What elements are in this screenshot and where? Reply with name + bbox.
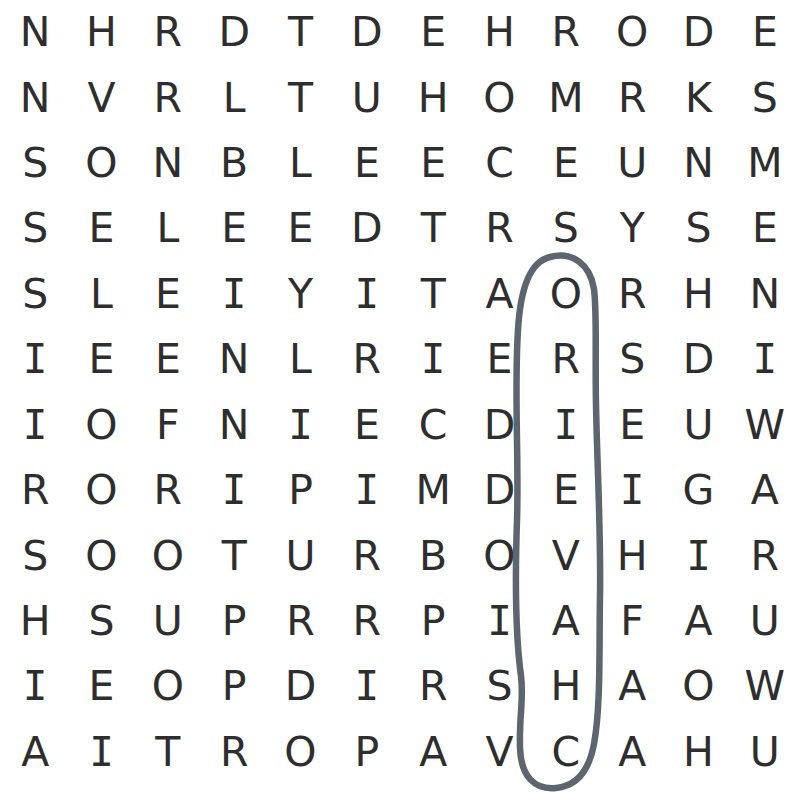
grid-cell[interactable]: V (533, 523, 599, 588)
grid-cell[interactable]: T (267, 0, 333, 65)
grid-cell[interactable]: R (201, 720, 267, 785)
word-search-grid: NHRDTDEHRODENVRLTUHOMRKSSONBLEECEUNMSELE… (2, 0, 798, 785)
grid-cell[interactable]: B (201, 131, 267, 196)
grid-cell[interactable]: W (732, 392, 798, 457)
grid-cell[interactable]: R (334, 589, 400, 654)
grid-cell[interactable]: O (68, 392, 134, 457)
grid-cell[interactable]: M (533, 65, 599, 130)
grid-cell[interactable]: R (732, 523, 798, 588)
grid-cell[interactable]: C (466, 131, 532, 196)
grid-cell[interactable]: S (2, 131, 68, 196)
grid-cell[interactable]: S (466, 654, 532, 719)
grid-cell[interactable]: E (533, 458, 599, 523)
grid-cell[interactable]: L (201, 65, 267, 130)
grid-cell[interactable]: N (201, 327, 267, 392)
word-search-board: NHRDTDEHRODENVRLTUHOMRKSSONBLEECEUNMSELE… (0, 0, 800, 793)
grid-cell[interactable]: S (599, 327, 665, 392)
grid-cell[interactable]: I (267, 392, 333, 457)
grid-cell[interactable]: D (334, 0, 400, 65)
grid-cell[interactable]: O (466, 523, 532, 588)
grid-cell[interactable]: Y (599, 196, 665, 261)
grid-cell[interactable]: P (201, 654, 267, 719)
grid-cell[interactable]: I (400, 327, 466, 392)
grid-cell[interactable]: T (400, 196, 466, 261)
grid-cell[interactable]: R (334, 523, 400, 588)
grid-cell[interactable]: E (135, 327, 201, 392)
grid-cell[interactable]: P (201, 589, 267, 654)
grid-cell[interactable]: R (466, 196, 532, 261)
grid-cell[interactable]: A (466, 262, 532, 327)
grid-cell[interactable]: I (599, 458, 665, 523)
grid-cell[interactable]: O (68, 131, 134, 196)
grid-cell[interactable]: E (466, 327, 532, 392)
grid-cell[interactable]: I (201, 262, 267, 327)
grid-cell[interactable]: P (267, 458, 333, 523)
grid-cell[interactable]: A (599, 654, 665, 719)
grid-cell[interactable]: R (400, 654, 466, 719)
grid-cell[interactable]: E (68, 196, 134, 261)
grid-cell[interactable]: E (201, 196, 267, 261)
grid-cell[interactable]: R (599, 262, 665, 327)
grid-cell[interactable]: F (599, 589, 665, 654)
grid-cell[interactable]: E (732, 196, 798, 261)
grid-cell[interactable]: N (2, 0, 68, 65)
grid-cell[interactable]: A (2, 720, 68, 785)
grid-cell[interactable]: I (2, 327, 68, 392)
grid-cell[interactable]: T (400, 262, 466, 327)
grid-cell[interactable]: S (2, 262, 68, 327)
grid-cell[interactable]: U (334, 65, 400, 130)
grid-cell[interactable]: A (732, 458, 798, 523)
grid-cell[interactable]: O (599, 0, 665, 65)
grid-cell[interactable]: H (665, 262, 731, 327)
grid-cell[interactable]: H (68, 0, 134, 65)
grid-cell[interactable]: P (334, 720, 400, 785)
grid-cell[interactable]: D (267, 654, 333, 719)
grid-cell[interactable]: V (68, 65, 134, 130)
grid-cell[interactable]: S (2, 196, 68, 261)
grid-cell[interactable]: A (599, 720, 665, 785)
grid-cell[interactable]: A (665, 589, 731, 654)
grid-cell[interactable]: C (533, 720, 599, 785)
grid-cell[interactable]: U (665, 392, 731, 457)
grid-cell[interactable]: H (400, 65, 466, 130)
grid-cell[interactable]: O (533, 262, 599, 327)
grid-cell[interactable]: L (267, 327, 333, 392)
grid-cell[interactable]: O (466, 65, 532, 130)
grid-cell[interactable]: L (135, 196, 201, 261)
grid-cell[interactable]: N (2, 65, 68, 130)
grid-cell[interactable]: I (665, 523, 731, 588)
grid-cell[interactable]: L (68, 262, 134, 327)
grid-cell[interactable]: H (599, 523, 665, 588)
grid-cell[interactable]: I (732, 327, 798, 392)
grid-cell[interactable]: E (400, 131, 466, 196)
grid-cell[interactable]: I (2, 392, 68, 457)
grid-cell[interactable]: D (466, 458, 532, 523)
grid-cell[interactable]: R (2, 458, 68, 523)
grid-cell[interactable]: T (201, 523, 267, 588)
grid-cell[interactable]: M (400, 458, 466, 523)
grid-cell[interactable]: N (665, 131, 731, 196)
grid-cell[interactable]: K (665, 65, 731, 130)
grid-cell[interactable]: U (135, 589, 201, 654)
grid-cell[interactable]: E (334, 392, 400, 457)
grid-cell[interactable]: E (599, 392, 665, 457)
grid-cell[interactable]: R (135, 65, 201, 130)
grid-cell[interactable]: I (334, 458, 400, 523)
grid-cell[interactable]: T (135, 720, 201, 785)
grid-cell[interactable]: I (2, 654, 68, 719)
grid-cell[interactable]: H (466, 0, 532, 65)
grid-cell[interactable]: F (135, 392, 201, 457)
grid-cell[interactable]: B (400, 523, 466, 588)
grid-cell[interactable]: E (334, 131, 400, 196)
grid-cell[interactable]: O (68, 523, 134, 588)
grid-cell[interactable]: R (135, 0, 201, 65)
grid-cell[interactable]: N (201, 392, 267, 457)
grid-cell[interactable]: O (68, 458, 134, 523)
grid-cell[interactable]: N (732, 262, 798, 327)
grid-cell[interactable]: I (68, 720, 134, 785)
grid-cell[interactable]: E (400, 0, 466, 65)
grid-cell[interactable]: Y (267, 262, 333, 327)
grid-cell[interactable]: N (135, 131, 201, 196)
grid-cell[interactable]: E (267, 196, 333, 261)
grid-cell[interactable]: R (267, 589, 333, 654)
grid-cell[interactable]: H (2, 589, 68, 654)
grid-cell[interactable]: U (732, 589, 798, 654)
grid-cell[interactable]: S (2, 523, 68, 588)
grid-cell[interactable]: R (599, 65, 665, 130)
grid-cell[interactable]: G (665, 458, 731, 523)
grid-cell[interactable]: D (334, 196, 400, 261)
grid-cell[interactable]: T (267, 65, 333, 130)
grid-cell[interactable]: E (68, 654, 134, 719)
grid-cell[interactable]: E (68, 327, 134, 392)
grid-cell[interactable]: V (466, 720, 532, 785)
grid-cell[interactable]: U (732, 720, 798, 785)
grid-cell[interactable]: U (267, 523, 333, 588)
grid-cell[interactable]: S (533, 196, 599, 261)
grid-cell[interactable]: W (732, 654, 798, 719)
grid-cell[interactable]: H (533, 654, 599, 719)
grid-cell[interactable]: D (665, 327, 731, 392)
grid-cell[interactable]: E (135, 262, 201, 327)
grid-cell[interactable]: I (201, 458, 267, 523)
grid-cell[interactable]: I (533, 392, 599, 457)
grid-cell[interactable]: L (267, 131, 333, 196)
grid-cell[interactable]: R (135, 458, 201, 523)
grid-cell[interactable]: D (665, 0, 731, 65)
grid-cell[interactable]: O (267, 720, 333, 785)
grid-cell[interactable]: R (533, 0, 599, 65)
grid-cell[interactable]: R (334, 327, 400, 392)
grid-cell[interactable]: H (665, 720, 731, 785)
grid-cell[interactable]: A (400, 720, 466, 785)
grid-cell[interactable]: S (68, 589, 134, 654)
grid-cell[interactable]: R (533, 327, 599, 392)
grid-cell[interactable]: S (732, 65, 798, 130)
grid-cell[interactable]: E (533, 131, 599, 196)
grid-cell[interactable]: U (599, 131, 665, 196)
grid-cell[interactable]: D (201, 0, 267, 65)
grid-cell[interactable]: P (400, 589, 466, 654)
grid-cell[interactable]: I (466, 589, 532, 654)
grid-cell[interactable]: A (533, 589, 599, 654)
grid-cell[interactable]: O (135, 523, 201, 588)
grid-cell[interactable]: O (665, 654, 731, 719)
grid-cell[interactable]: O (135, 654, 201, 719)
grid-cell[interactable]: D (466, 392, 532, 457)
grid-cell[interactable]: E (732, 0, 798, 65)
grid-cell[interactable]: M (732, 131, 798, 196)
grid-cell[interactable]: I (334, 654, 400, 719)
grid-cell[interactable]: I (334, 262, 400, 327)
grid-cell[interactable]: C (400, 392, 466, 457)
grid-cell[interactable]: S (665, 196, 731, 261)
